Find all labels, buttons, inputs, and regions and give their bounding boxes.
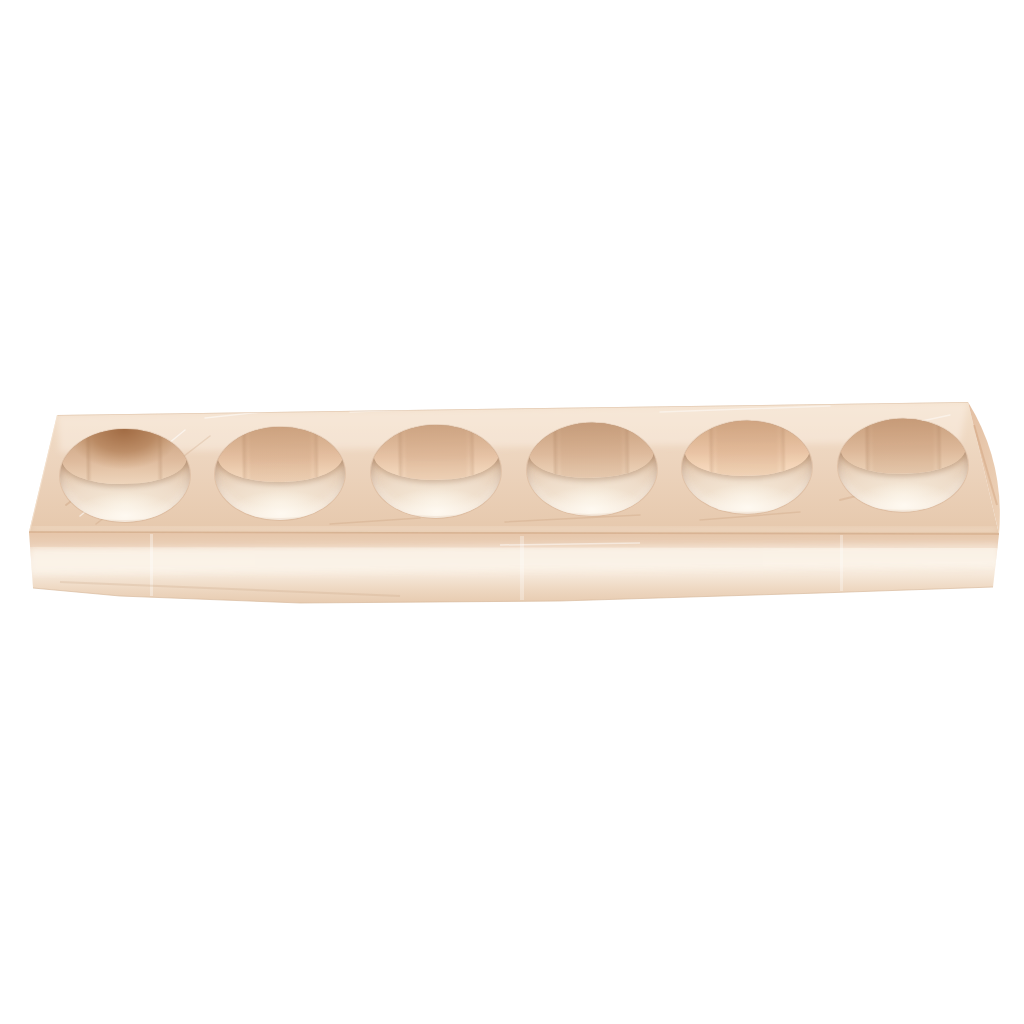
product-photo-scene (0, 0, 1024, 1024)
pit-3[interactable] (371, 424, 502, 519)
pit-cell-1 (46, 419, 203, 531)
pit-grid (46, 409, 981, 531)
pit-cell-3 (358, 415, 515, 527)
pit-5[interactable] (682, 419, 813, 514)
pit-cell-4 (513, 413, 670, 525)
pit-6[interactable] (837, 417, 968, 512)
pit-4[interactable] (526, 422, 657, 517)
pit-1[interactable] (59, 428, 190, 523)
pit-cell-6 (825, 409, 982, 521)
pit-cell-2 (202, 417, 359, 529)
pit-cell-5 (669, 411, 826, 523)
pit-2[interactable] (215, 426, 346, 521)
